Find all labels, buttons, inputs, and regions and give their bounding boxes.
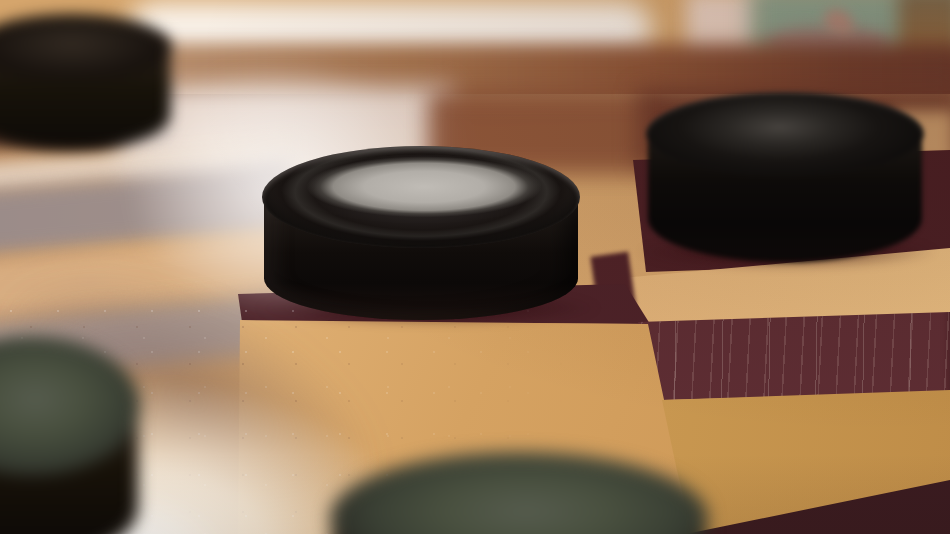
checker-front-top xyxy=(330,452,708,534)
checker-rear-left[interactable] xyxy=(0,14,172,150)
checker-right-top xyxy=(646,92,924,176)
checker-left[interactable] xyxy=(0,336,140,534)
checker-center-top xyxy=(262,146,580,248)
checker-center[interactable] xyxy=(262,146,580,320)
checkers-photo-scene xyxy=(0,0,950,534)
pieces-layer xyxy=(0,0,950,534)
checker-front[interactable] xyxy=(330,452,708,534)
checker-right[interactable] xyxy=(646,92,924,262)
